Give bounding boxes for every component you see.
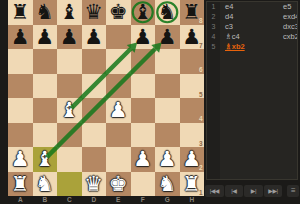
file-label-g: G xyxy=(155,196,180,204)
square-b1[interactable]: ♞ xyxy=(33,172,58,197)
piece-white-b-b2[interactable]: ♝ xyxy=(33,147,58,172)
piece-black-n-b8[interactable]: ♞ xyxy=(33,0,58,25)
square-g6[interactable] xyxy=(155,49,180,74)
square-b6[interactable] xyxy=(33,49,58,74)
square-e6[interactable] xyxy=(106,49,131,74)
square-f8[interactable]: ♝ xyxy=(131,0,156,25)
square-g4[interactable] xyxy=(155,98,180,123)
rank-label-4: 4 xyxy=(199,115,203,122)
file-label-f: F xyxy=(131,196,156,204)
square-h6[interactable]: 6 xyxy=(180,49,205,74)
rank-label-8: 8 xyxy=(199,17,203,24)
move-white-3[interactable]: c3 xyxy=(220,22,278,32)
go-to-start-button[interactable]: |◀◀ xyxy=(205,185,224,197)
square-b4[interactable] xyxy=(33,98,58,123)
go-to-end-button[interactable]: ▶▶| xyxy=(264,185,283,197)
square-f6[interactable] xyxy=(131,49,156,74)
square-a2[interactable]: ♟ xyxy=(8,147,33,172)
file-label-d: D xyxy=(82,196,107,204)
file-label-e: E xyxy=(106,196,131,204)
move-black-2[interactable]: exd4 xyxy=(278,12,298,22)
square-f2[interactable]: ♟ xyxy=(131,147,156,172)
rank-label-6: 6 xyxy=(199,66,203,73)
square-a6[interactable] xyxy=(8,49,33,74)
square-f7[interactable]: ♟ xyxy=(131,25,156,50)
move-black-3[interactable]: dxc3 xyxy=(278,22,298,32)
previous-move-button[interactable]: |◀ xyxy=(225,185,244,197)
square-c4[interactable]: ♝ xyxy=(57,98,82,123)
move-white-5[interactable]: ♗xb2 xyxy=(220,42,278,52)
square-b2[interactable]: ♝ xyxy=(33,147,58,172)
square-g1[interactable]: ♞ xyxy=(155,172,180,197)
square-c2[interactable] xyxy=(57,147,82,172)
move-list: 1e4e52d4exd43c3dxc34♗c4cxb25♗xb2 xyxy=(206,1,298,180)
square-a1[interactable]: ♜ xyxy=(8,172,33,197)
square-e8[interactable]: ♚ xyxy=(106,0,131,25)
move-number: 1 xyxy=(207,2,220,12)
square-c5[interactable] xyxy=(57,74,82,99)
piece-white-p-g2[interactable]: ♟ xyxy=(155,147,180,172)
square-d8[interactable]: ♛ xyxy=(82,0,107,25)
square-e3[interactable] xyxy=(106,123,131,148)
piece-black-p-d7[interactable]: ♟ xyxy=(82,25,107,50)
piece-black-p-a7[interactable]: ♟ xyxy=(8,25,33,50)
square-e1[interactable]: ♚ xyxy=(106,172,131,197)
piece-black-k-e8[interactable]: ♚ xyxy=(106,0,131,25)
square-c3[interactable] xyxy=(57,123,82,148)
move-row-4: 4♗c4cxb2 xyxy=(207,32,297,42)
square-f3[interactable] xyxy=(131,123,156,148)
square-g5[interactable] xyxy=(155,74,180,99)
square-a7[interactable]: ♟ xyxy=(8,25,33,50)
menu-button[interactable]: ≡ xyxy=(287,185,299,197)
piece-white-n-g1[interactable]: ♞ xyxy=(155,172,180,197)
piece-white-p-a2[interactable]: ♟ xyxy=(8,147,33,172)
next-move-button[interactable]: ▶| xyxy=(244,185,263,197)
square-c1[interactable] xyxy=(57,172,82,197)
rank-label-3: 3 xyxy=(199,140,203,147)
move-number: 5 xyxy=(207,42,220,52)
move-black-4[interactable]: cxb2 xyxy=(278,32,298,42)
file-label-a: A xyxy=(8,196,33,204)
square-f1[interactable] xyxy=(131,172,156,197)
square-e7[interactable] xyxy=(106,25,131,50)
square-h7[interactable]: ♟7 xyxy=(180,25,205,50)
square-d2[interactable] xyxy=(82,147,107,172)
piece-white-p-f2[interactable]: ♟ xyxy=(131,147,156,172)
move-white-4[interactable]: ♗c4 xyxy=(220,32,278,42)
square-e4[interactable]: ♟ xyxy=(106,98,131,123)
square-b3[interactable] xyxy=(33,123,58,148)
square-f5[interactable] xyxy=(131,74,156,99)
piece-white-b-c4[interactable]: ♝ xyxy=(57,98,82,123)
square-g2[interactable]: ♟ xyxy=(155,147,180,172)
rank-label-5: 5 xyxy=(199,91,203,98)
rank-label-1: 1 xyxy=(199,189,203,196)
square-d3[interactable] xyxy=(82,123,107,148)
square-d6[interactable] xyxy=(82,49,107,74)
square-d7[interactable]: ♟ xyxy=(82,25,107,50)
rank-label-7: 7 xyxy=(199,42,203,49)
piece-black-p-f7[interactable]: ♟ xyxy=(131,25,156,50)
file-label-b: B xyxy=(33,196,58,204)
move-row-2: 2d4exd4 xyxy=(207,12,297,22)
square-d1[interactable]: ♛ xyxy=(82,172,107,197)
piece-white-r-a1[interactable]: ♜ xyxy=(8,172,33,197)
piece-black-r-a8[interactable]: ♜ xyxy=(8,0,33,25)
piece-black-b-c8[interactable]: ♝ xyxy=(57,0,82,25)
square-b5[interactable] xyxy=(33,74,58,99)
move-white-1[interactable]: e4 xyxy=(220,2,278,12)
move-row-1: 1e4e5 xyxy=(207,2,297,12)
square-e2[interactable] xyxy=(106,147,131,172)
file-coordinates: ABCDEFGH xyxy=(8,196,204,204)
square-c7[interactable]: ♟ xyxy=(57,25,82,50)
square-h3[interactable]: 3 xyxy=(180,123,205,148)
square-h4[interactable]: 4 xyxy=(180,98,205,123)
square-d5[interactable] xyxy=(82,74,107,99)
piece-white-n-b1[interactable]: ♞ xyxy=(33,172,58,197)
square-h8[interactable]: ♜8 xyxy=(180,0,205,25)
square-h2[interactable]: ♟2 xyxy=(180,147,205,172)
square-g3[interactable] xyxy=(155,123,180,148)
square-h1[interactable]: ♜1 xyxy=(180,172,205,197)
piece-black-p-c7[interactable]: ♟ xyxy=(57,25,82,50)
piece-white-k-e1[interactable]: ♚ xyxy=(106,172,131,197)
square-f4[interactable] xyxy=(131,98,156,123)
chess-analysis-window: ♜♞♝♛♚♝♞♜8♟♟♟♟♟♟♟765♝♟43♟♝♟♟♟2♜♞♛♚♞♜1 ABC… xyxy=(0,0,300,204)
square-c6[interactable] xyxy=(57,49,82,74)
piece-white-q-d1[interactable]: ♛ xyxy=(82,172,107,197)
square-a8[interactable]: ♜ xyxy=(8,0,33,25)
square-d4[interactable] xyxy=(82,98,107,123)
square-b8[interactable]: ♞ xyxy=(33,0,58,25)
square-h5[interactable]: 5 xyxy=(180,74,205,99)
move-row-3: 3c3dxc3 xyxy=(207,22,297,32)
move-white-2[interactable]: d4 xyxy=(220,12,278,22)
file-label-h: H xyxy=(180,196,205,204)
square-b7[interactable]: ♟ xyxy=(33,25,58,50)
move-number: 4 xyxy=(207,32,220,42)
piece-black-p-b7[interactable]: ♟ xyxy=(33,25,58,50)
piece-black-n-g8[interactable]: ♞ xyxy=(155,0,180,25)
square-c8[interactable]: ♝ xyxy=(57,0,82,25)
rank-label-2: 2 xyxy=(199,164,203,171)
piece-black-p-g7[interactable]: ♟ xyxy=(155,25,180,50)
chess-board[interactable]: ♜♞♝♛♚♝♞♜8♟♟♟♟♟♟♟765♝♟43♟♝♟♟♟2♜♞♛♚♞♜1 xyxy=(8,0,204,196)
piece-black-q-d8[interactable]: ♛ xyxy=(82,0,107,25)
square-g7[interactable]: ♟ xyxy=(155,25,180,50)
square-a4[interactable] xyxy=(8,98,33,123)
move-number: 3 xyxy=(207,22,220,32)
navigation-controls: |◀◀|◀▶|▶▶|≡ xyxy=(205,184,300,197)
square-g8[interactable]: ♞ xyxy=(155,0,180,25)
move-black-1[interactable]: e5 xyxy=(278,2,297,12)
move-row-5: 5♗xb2 xyxy=(207,42,297,52)
piece-black-b-f8[interactable]: ♝ xyxy=(131,0,156,25)
square-e5[interactable] xyxy=(106,74,131,99)
analysis-panel: 1e4e52d4exd43c3dxc34♗c4cxb25♗xb2 |◀◀|◀▶|… xyxy=(204,0,300,204)
square-a5[interactable] xyxy=(8,74,33,99)
piece-white-p-e4[interactable]: ♟ xyxy=(106,98,131,123)
file-label-c: C xyxy=(57,196,82,204)
square-a3[interactable] xyxy=(8,123,33,148)
move-number: 2 xyxy=(207,12,220,22)
